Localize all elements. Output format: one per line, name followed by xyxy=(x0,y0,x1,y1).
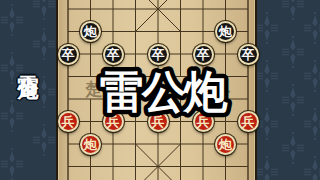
piece-glyph: 兵 xyxy=(240,113,257,130)
piece-black-soldier[interactable]: 卒 xyxy=(103,44,124,65)
piece-red-soldier[interactable]: 兵 xyxy=(193,111,214,132)
decorative-pattern-left xyxy=(0,0,56,180)
river-label: 界 xyxy=(212,78,232,101)
piece-glyph: 炮 xyxy=(82,136,99,153)
piece-glyph: 兵 xyxy=(195,113,212,130)
piece-glyph: 炮 xyxy=(82,23,99,40)
piece-glyph: 卒 xyxy=(195,46,212,63)
piece-glyph: 兵 xyxy=(105,113,122,130)
thumbnail-canvas: 雷公炮 xyxy=(0,0,320,180)
piece-red-cannon[interactable]: 炮 xyxy=(80,134,101,155)
piece-glyph: 卒 xyxy=(150,46,167,63)
river-label: 河 xyxy=(122,78,142,101)
river-label: 楚 xyxy=(84,78,104,101)
river-label: 漢 xyxy=(174,78,194,101)
piece-black-soldier[interactable]: 卒 xyxy=(148,44,169,65)
right-background-panel xyxy=(257,0,320,180)
piece-red-cannon[interactable]: 炮 xyxy=(215,134,236,155)
piece-black-soldier[interactable]: 卒 xyxy=(58,44,79,65)
left-background-panel: 雷公炮 xyxy=(0,0,56,180)
piece-glyph: 卒 xyxy=(105,46,122,63)
piece-glyph: 炮 xyxy=(217,23,234,40)
piece-glyph: 兵 xyxy=(150,113,167,130)
sidebar-title: 雷公炮 xyxy=(16,58,40,64)
piece-black-soldier[interactable]: 卒 xyxy=(238,44,259,65)
piece-black-cannon[interactable]: 炮 xyxy=(215,21,236,42)
piece-glyph: 炮 xyxy=(217,136,234,153)
piece-black-soldier[interactable]: 卒 xyxy=(193,44,214,65)
piece-red-soldier[interactable]: 兵 xyxy=(148,111,169,132)
piece-red-soldier[interactable]: 兵 xyxy=(238,111,259,132)
piece-black-cannon[interactable]: 炮 xyxy=(80,21,101,42)
piece-glyph: 卒 xyxy=(60,46,77,63)
piece-red-soldier[interactable]: 兵 xyxy=(103,111,124,132)
piece-red-soldier[interactable]: 兵 xyxy=(58,111,79,132)
piece-glyph: 卒 xyxy=(240,46,257,63)
piece-glyph: 兵 xyxy=(60,113,77,130)
decorative-pattern-right xyxy=(257,0,320,180)
xiangqi-board[interactable]: 楚 河 漢 界 炮炮卒卒卒卒卒兵兵兵兵兵炮炮 xyxy=(56,0,257,180)
